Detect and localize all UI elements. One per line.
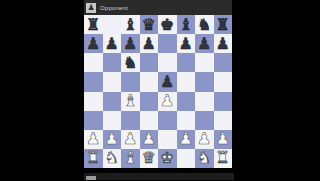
square-f3[interactable]: [177, 111, 196, 130]
square-a5[interactable]: [84, 72, 103, 91]
square-f2[interactable]: ♟: [177, 130, 196, 149]
square-b3[interactable]: [103, 111, 122, 130]
square-d6[interactable]: [140, 53, 159, 72]
square-g8[interactable]: ♞: [195, 15, 214, 34]
black-rook: ♜: [86, 16, 100, 32]
square-b5[interactable]: [103, 72, 122, 91]
square-b6[interactable]: [103, 53, 122, 72]
square-d2[interactable]: ♟: [140, 130, 159, 149]
white-pawn: ♟: [197, 131, 211, 147]
square-a3[interactable]: [84, 111, 103, 130]
square-h7[interactable]: ♟: [214, 34, 233, 53]
black-pawn: ♟: [216, 35, 230, 51]
square-g7[interactable]: ♟: [195, 34, 214, 53]
square-c5[interactable]: [121, 72, 140, 91]
square-c1[interactable]: ♝: [121, 149, 140, 168]
square-c7[interactable]: ♟: [121, 34, 140, 53]
black-king: ♚: [160, 16, 174, 32]
square-c6[interactable]: ♞: [121, 53, 140, 72]
square-c8[interactable]: ♝: [121, 15, 140, 34]
player-bar[interactable]: [84, 173, 234, 180]
square-h4[interactable]: [214, 92, 233, 111]
opponent-bar[interactable]: ♟ Opponent: [84, 0, 232, 15]
square-d8[interactable]: ♛: [140, 15, 159, 34]
white-pawn: ♟: [86, 131, 100, 147]
white-king: ♚: [160, 150, 174, 166]
white-bishop: ♝: [123, 150, 137, 166]
black-knight: ♞: [197, 16, 211, 32]
square-d4[interactable]: [140, 92, 159, 111]
square-c2[interactable]: ♟: [121, 130, 140, 149]
square-a6[interactable]: [84, 53, 103, 72]
square-f5[interactable]: [177, 72, 196, 91]
chess-board: ♜♝♛♚♝♞♜♟♟♟♟♟♟♟♞♟♝♟♟♟♟♟♟♟♟♜♞♝♛♚♞♜: [84, 15, 232, 168]
square-d5[interactable]: [140, 72, 159, 91]
square-e1[interactable]: ♚: [158, 149, 177, 168]
white-pawn: ♟: [105, 131, 119, 147]
square-f1[interactable]: [177, 149, 196, 168]
square-a4[interactable]: [84, 92, 103, 111]
bottom-area: [84, 168, 232, 180]
square-b8[interactable]: [103, 15, 122, 34]
game-column: ♟ Opponent ♜♝♛♚♝♞♜♟♟♟♟♟♟♟♞♟♝♟♟♟♟♟♟♟♟♜♞♝♛…: [84, 0, 232, 180]
square-g4[interactable]: [195, 92, 214, 111]
white-pawn: ♟: [142, 131, 156, 147]
white-knight: ♞: [105, 150, 119, 166]
black-queen: ♛: [142, 16, 156, 32]
black-pawn: ♟: [179, 35, 193, 51]
square-g5[interactable]: [195, 72, 214, 91]
player-avatar[interactable]: [86, 176, 96, 181]
square-f6[interactable]: [177, 53, 196, 72]
white-rook: ♜: [216, 150, 230, 166]
square-f8[interactable]: ♝: [177, 15, 196, 34]
black-pawn: ♟: [160, 73, 174, 89]
white-knight: ♞: [197, 150, 211, 166]
square-e7[interactable]: [158, 34, 177, 53]
square-h6[interactable]: [214, 53, 233, 72]
square-e6[interactable]: [158, 53, 177, 72]
square-h1[interactable]: ♜: [214, 149, 233, 168]
black-pawn: ♟: [123, 35, 137, 51]
square-b1[interactable]: ♞: [103, 149, 122, 168]
white-pawn: ♟: [160, 93, 174, 109]
opponent-name: Opponent: [100, 5, 128, 11]
square-d3[interactable]: [140, 111, 159, 130]
black-pawn: ♟: [105, 35, 119, 51]
white-queen: ♛: [142, 150, 156, 166]
black-rook: ♜: [216, 16, 230, 32]
black-bishop: ♝: [123, 16, 137, 32]
white-bishop: ♝: [123, 93, 137, 109]
square-c4[interactable]: ♝: [121, 92, 140, 111]
white-rook: ♜: [86, 150, 100, 166]
square-c3[interactable]: [121, 111, 140, 130]
square-f7[interactable]: ♟: [177, 34, 196, 53]
black-bishop: ♝: [179, 16, 193, 32]
square-h3[interactable]: [214, 111, 233, 130]
square-d7[interactable]: ♟: [140, 34, 159, 53]
square-d1[interactable]: ♛: [140, 149, 159, 168]
white-pawn: ♟: [216, 131, 230, 147]
square-e5[interactable]: ♟: [158, 72, 177, 91]
black-pawn: ♟: [86, 35, 100, 51]
opponent-avatar pawn-avatar-icon[interactable]: ♟: [86, 3, 96, 13]
white-pawn: ♟: [123, 131, 137, 147]
square-a2[interactable]: ♟: [84, 130, 103, 149]
square-g2[interactable]: ♟: [195, 130, 214, 149]
square-h2[interactable]: ♟: [214, 130, 233, 149]
square-e8[interactable]: ♚: [158, 15, 177, 34]
square-h8[interactable]: ♜: [214, 15, 233, 34]
square-g1[interactable]: ♞: [195, 149, 214, 168]
black-knight: ♞: [123, 54, 137, 70]
square-h5[interactable]: [214, 72, 233, 91]
square-g6[interactable]: [195, 53, 214, 72]
black-pawn: ♟: [142, 35, 156, 51]
white-pawn: ♟: [179, 131, 193, 147]
square-a8[interactable]: ♜: [84, 15, 103, 34]
square-b4[interactable]: [103, 92, 122, 111]
square-e2[interactable]: [158, 130, 177, 149]
square-b2[interactable]: ♟: [103, 130, 122, 149]
app-screen: ♟ Opponent ♜♝♛♚♝♞♜♟♟♟♟♟♟♟♞♟♝♟♟♟♟♟♟♟♟♜♞♝♛…: [0, 0, 320, 180]
black-pawn: ♟: [197, 35, 211, 51]
square-a1[interactable]: ♜: [84, 149, 103, 168]
square-e3[interactable]: [158, 111, 177, 130]
square-b7[interactable]: ♟: [103, 34, 122, 53]
square-f4[interactable]: [177, 92, 196, 111]
square-e4[interactable]: ♟: [158, 92, 177, 111]
square-g3[interactable]: [195, 111, 214, 130]
square-a7[interactable]: ♟: [84, 34, 103, 53]
